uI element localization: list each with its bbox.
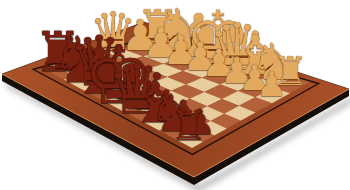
piece-white-pawn-a2: ♟ — [256, 67, 287, 101]
piece-black-rook-a8: ♜ — [170, 106, 207, 147]
pieces-layer: ♜♞♝♚♛♝♞♜♟♟♟♟♟♟♟♟♟♟♟♟♟♟♟♟♜♞♝♚♛♝♞♜♛♛ — [0, 0, 350, 190]
chess-set-product-photo: ♜♞♝♚♛♝♞♜♟♟♟♟♟♟♟♟♟♟♟♟♟♟♟♟♜♞♝♚♛♝♞♜♛♛ — [0, 0, 350, 190]
